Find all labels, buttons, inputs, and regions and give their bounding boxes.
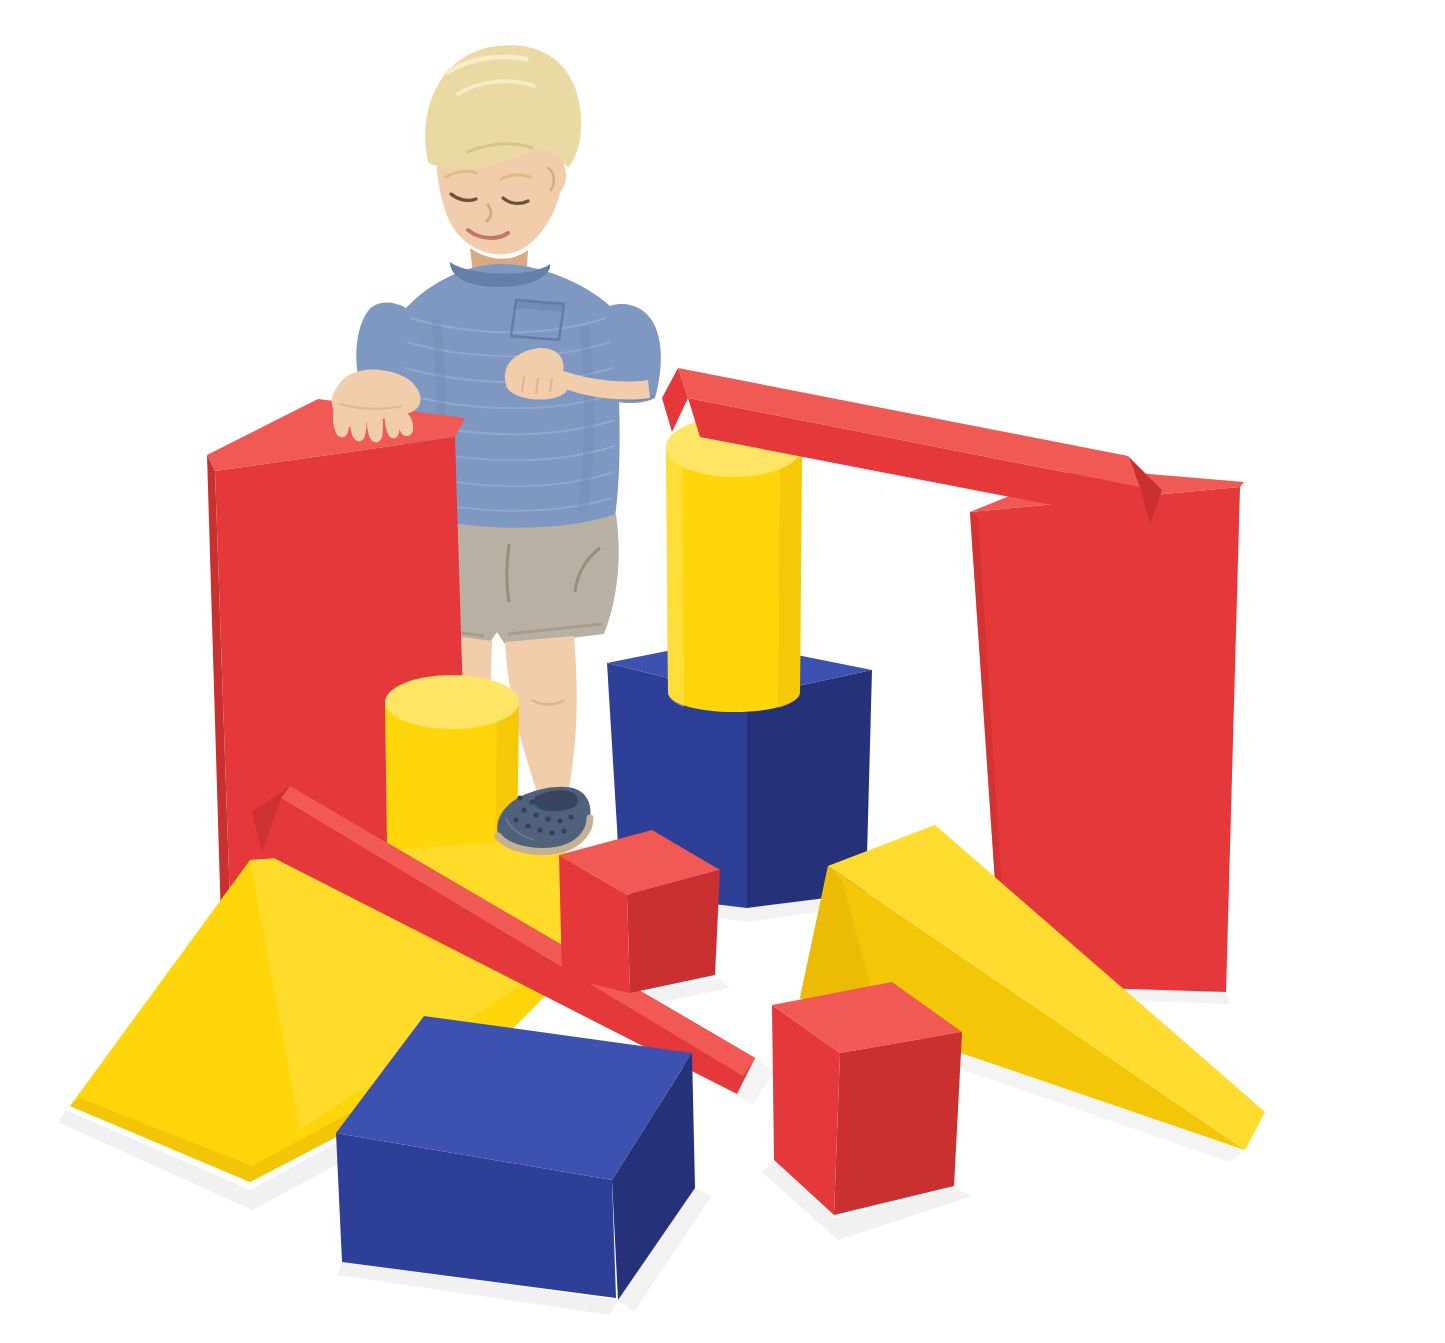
block-small-cube-right [772, 982, 962, 1215]
child-right-hand [332, 370, 421, 443]
block-large-cylinder [666, 417, 802, 712]
child-hair [425, 45, 581, 169]
small-cylinder-top [385, 675, 519, 729]
large-cylinder-highlight [666, 450, 684, 707]
product-photo-scene [0, 0, 1445, 1343]
soft-blocks-illustration [0, 0, 1445, 1343]
large-cylinder-shade [778, 448, 802, 708]
right-red-cube-right [834, 1032, 962, 1215]
